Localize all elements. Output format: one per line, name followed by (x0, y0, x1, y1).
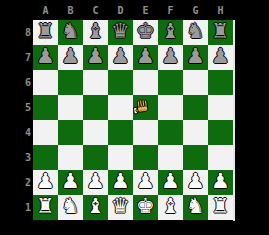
piece-white-pawn: ♟ (36, 169, 55, 194)
chess-board: ♜♞♝♛♚♝♞♜♟♟♟♟♟♟♟♟♟♟♟♟♟♟♟♟♜♞♝♛♚♝♞♜ (33, 20, 233, 220)
square-f1[interactable]: ♝ (158, 195, 183, 220)
square-c8[interactable]: ♝ (83, 20, 108, 45)
square-b5[interactable] (58, 95, 83, 120)
piece-black-pawn: ♟ (186, 44, 205, 69)
square-e7[interactable]: ♟ (133, 45, 158, 70)
square-g5[interactable] (183, 95, 208, 120)
piece-white-queen: ♛ (111, 194, 130, 219)
piece-white-pawn: ♟ (136, 169, 155, 194)
piece-white-bishop: ♝ (161, 194, 180, 219)
piece-black-rook: ♜ (211, 19, 230, 44)
square-h5[interactable] (208, 95, 233, 120)
piece-black-pawn: ♟ (61, 44, 80, 69)
square-g7[interactable]: ♟ (183, 45, 208, 70)
square-c3[interactable] (83, 145, 108, 170)
piece-black-bishop: ♝ (161, 19, 180, 44)
square-a7[interactable]: ♟ (33, 45, 58, 70)
file-label-b: B (58, 5, 83, 16)
square-e5[interactable] (133, 95, 158, 120)
rank-label-6: 6 (14, 70, 31, 95)
square-d1[interactable]: ♛ (108, 195, 133, 220)
square-b3[interactable] (58, 145, 83, 170)
piece-black-pawn: ♟ (86, 44, 105, 69)
piece-white-pawn: ♟ (61, 169, 80, 194)
piece-black-bishop: ♝ (86, 19, 105, 44)
square-a3[interactable] (33, 145, 58, 170)
square-h7[interactable]: ♟ (208, 45, 233, 70)
square-c5[interactable] (83, 95, 108, 120)
square-d7[interactable]: ♟ (108, 45, 133, 70)
file-label-c: C (83, 5, 108, 16)
square-e3[interactable] (133, 145, 158, 170)
file-label-e: E (133, 5, 158, 16)
board-right-border (233, 20, 235, 221)
piece-white-pawn: ♟ (111, 169, 130, 194)
piece-white-pawn: ♟ (186, 169, 205, 194)
square-g1[interactable]: ♞ (183, 195, 208, 220)
square-b4[interactable] (58, 120, 83, 145)
square-d3[interactable] (108, 145, 133, 170)
square-e1[interactable]: ♚ (133, 195, 158, 220)
square-b1[interactable]: ♞ (58, 195, 83, 220)
square-c6[interactable] (83, 70, 108, 95)
piece-white-rook: ♜ (36, 194, 55, 219)
square-h3[interactable] (208, 145, 233, 170)
square-b8[interactable]: ♞ (58, 20, 83, 45)
piece-black-rook: ♜ (36, 19, 55, 44)
file-label-f: F (158, 5, 183, 16)
square-h4[interactable] (208, 120, 233, 145)
square-h1[interactable]: ♜ (208, 195, 233, 220)
square-g8[interactable]: ♞ (183, 20, 208, 45)
game-screen: ♜♞♝♛♚♝♞♜♟♟♟♟♟♟♟♟♟♟♟♟♟♟♟♟♜♞♝♛♚♝♞♜ ABCDEFG… (0, 0, 269, 235)
square-f3[interactable] (158, 145, 183, 170)
piece-white-king: ♚ (136, 194, 155, 219)
file-label-d: D (108, 5, 133, 16)
square-c7[interactable]: ♟ (83, 45, 108, 70)
square-f6[interactable] (158, 70, 183, 95)
square-g6[interactable] (183, 70, 208, 95)
square-b2[interactable]: ♟ (58, 170, 83, 195)
piece-white-bishop: ♝ (86, 194, 105, 219)
square-f7[interactable]: ♟ (158, 45, 183, 70)
square-d5[interactable] (108, 95, 133, 120)
square-f8[interactable]: ♝ (158, 20, 183, 45)
piece-black-king: ♚ (136, 19, 155, 44)
piece-white-pawn: ♟ (161, 169, 180, 194)
square-e4[interactable] (133, 120, 158, 145)
file-label-h: H (208, 5, 233, 16)
square-g2[interactable]: ♟ (183, 170, 208, 195)
square-c2[interactable]: ♟ (83, 170, 108, 195)
square-a1[interactable]: ♜ (33, 195, 58, 220)
square-c4[interactable] (83, 120, 108, 145)
square-a5[interactable] (33, 95, 58, 120)
rank-label-4: 4 (14, 120, 31, 145)
square-f4[interactable] (158, 120, 183, 145)
square-c1[interactable]: ♝ (83, 195, 108, 220)
rank-label-5: 5 (14, 95, 31, 120)
rank-label-7: 7 (14, 45, 31, 70)
piece-black-pawn: ♟ (111, 44, 130, 69)
file-label-a: A (33, 5, 58, 16)
rank-label-8: 8 (14, 20, 31, 45)
square-b6[interactable] (58, 70, 83, 95)
rank-label-1: 1 (14, 195, 31, 220)
rank-label-3: 3 (14, 145, 31, 170)
square-g4[interactable] (183, 120, 208, 145)
square-d6[interactable] (108, 70, 133, 95)
piece-white-rook: ♜ (211, 194, 230, 219)
piece-black-pawn: ♟ (136, 44, 155, 69)
square-h8[interactable]: ♜ (208, 20, 233, 45)
square-e6[interactable] (133, 70, 158, 95)
square-d8[interactable]: ♛ (108, 20, 133, 45)
piece-black-pawn: ♟ (36, 44, 55, 69)
rank-label-2: 2 (14, 170, 31, 195)
piece-black-pawn: ♟ (211, 44, 230, 69)
square-d4[interactable] (108, 120, 133, 145)
square-e8[interactable]: ♚ (133, 20, 158, 45)
piece-white-knight: ♞ (61, 194, 80, 219)
square-f5[interactable] (158, 95, 183, 120)
file-label-g: G (183, 5, 208, 16)
piece-white-pawn: ♟ (86, 169, 105, 194)
square-h6[interactable] (208, 70, 233, 95)
square-e2[interactable]: ♟ (133, 170, 158, 195)
piece-white-knight: ♞ (186, 194, 205, 219)
square-f2[interactable]: ♟ (158, 170, 183, 195)
piece-black-queen: ♛ (111, 19, 130, 44)
piece-white-pawn: ♟ (211, 169, 230, 194)
square-b7[interactable]: ♟ (58, 45, 83, 70)
square-a6[interactable] (33, 70, 58, 95)
square-a4[interactable] (33, 120, 58, 145)
piece-black-pawn: ♟ (161, 44, 180, 69)
piece-black-knight: ♞ (186, 19, 205, 44)
square-g3[interactable] (183, 145, 208, 170)
square-a8[interactable]: ♜ (33, 20, 58, 45)
square-a2[interactable]: ♟ (33, 170, 58, 195)
square-d2[interactable]: ♟ (108, 170, 133, 195)
piece-black-knight: ♞ (61, 19, 80, 44)
square-h2[interactable]: ♟ (208, 170, 233, 195)
